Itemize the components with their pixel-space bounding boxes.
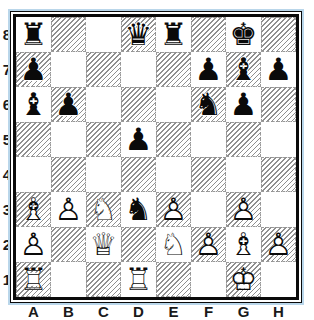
square-a6[interactable]: ♝: [16, 87, 51, 122]
black-pawn: ♟: [191, 52, 226, 87]
black-pawn: ♟: [261, 52, 296, 87]
white-pawn: ♟♙: [16, 227, 51, 262]
square-b4[interactable]: [51, 157, 86, 192]
chess-board: ♜♛♜♚♟♟♝♟♝♟♞♟♟♝♗♟♙♞♘♞♟♙♟♙♟♙♛♕♞♘♟♙♝♗♟♙♜♖♜♖…: [13, 14, 299, 300]
black-king: ♚: [226, 17, 261, 52]
square-d2[interactable]: [121, 227, 156, 262]
black-bishop: ♝: [226, 52, 261, 87]
square-e3[interactable]: ♟♙: [156, 192, 191, 227]
square-h4[interactable]: [261, 157, 296, 192]
square-f2[interactable]: ♟♙: [191, 227, 226, 262]
black-pawn: ♟: [226, 87, 261, 122]
square-h2[interactable]: ♟♙: [261, 227, 296, 262]
square-h6[interactable]: [261, 87, 296, 122]
square-d7[interactable]: [121, 52, 156, 87]
square-d1[interactable]: ♜♖: [121, 262, 156, 297]
file-label-c: C: [86, 302, 121, 320]
square-e4[interactable]: [156, 157, 191, 192]
square-d4[interactable]: [121, 157, 156, 192]
square-g6[interactable]: ♟: [226, 87, 261, 122]
file-labels: ABCDEFGH: [16, 302, 296, 320]
square-c4[interactable]: [86, 157, 121, 192]
white-bishop: ♝♗: [16, 192, 51, 227]
white-pawn: ♟♙: [261, 227, 296, 262]
piece-outline-layer: ♙: [226, 192, 261, 227]
square-f6[interactable]: ♞: [191, 87, 226, 122]
square-f4[interactable]: [191, 157, 226, 192]
square-g4[interactable]: [226, 157, 261, 192]
file-label-a: A: [16, 302, 51, 320]
white-pawn: ♟♙: [156, 192, 191, 227]
square-f3[interactable]: [191, 192, 226, 227]
square-g3[interactable]: ♟♙: [226, 192, 261, 227]
file-label-d: D: [121, 302, 156, 320]
file-label-h: H: [261, 302, 296, 320]
white-rook: ♜♖: [121, 262, 156, 297]
square-e1[interactable]: [156, 262, 191, 297]
square-f8[interactable]: [191, 17, 226, 52]
piece-outline-layer: ♙: [191, 227, 226, 262]
file-label-g: G: [226, 302, 261, 320]
square-e2[interactable]: ♞♘: [156, 227, 191, 262]
square-g2[interactable]: ♝♗: [226, 227, 261, 262]
square-h7[interactable]: ♟: [261, 52, 296, 87]
black-pawn: ♟: [121, 122, 156, 157]
square-b6[interactable]: ♟: [51, 87, 86, 122]
white-queen: ♛♕: [86, 227, 121, 262]
square-d3[interactable]: ♞: [121, 192, 156, 227]
black-pawn: ♟: [51, 87, 86, 122]
square-f5[interactable]: [191, 122, 226, 157]
square-c5[interactable]: [86, 122, 121, 157]
square-e7[interactable]: [156, 52, 191, 87]
square-c1[interactable]: [86, 262, 121, 297]
square-a5[interactable]: [16, 122, 51, 157]
square-c3[interactable]: ♞♘: [86, 192, 121, 227]
white-bishop: ♝♗: [226, 227, 261, 262]
square-c6[interactable]: [86, 87, 121, 122]
piece-outline-layer: ♖: [121, 262, 156, 297]
white-rook: ♜♖: [16, 262, 51, 297]
square-a8[interactable]: ♜: [16, 17, 51, 52]
square-e6[interactable]: [156, 87, 191, 122]
square-f1[interactable]: [191, 262, 226, 297]
square-f7[interactable]: ♟: [191, 52, 226, 87]
square-h1[interactable]: [261, 262, 296, 297]
board-frame: ♜♛♜♚♟♟♝♟♝♟♞♟♟♝♗♟♙♞♘♞♟♙♟♙♟♙♛♕♞♘♟♙♝♗♟♙♜♖♜♖…: [10, 11, 302, 303]
square-a7[interactable]: ♟: [16, 52, 51, 87]
black-knight: ♞: [121, 192, 156, 227]
square-g8[interactable]: ♚: [226, 17, 261, 52]
piece-outline-layer: ♕: [86, 227, 121, 262]
black-pawn: ♟: [16, 52, 51, 87]
square-b3[interactable]: ♟♙: [51, 192, 86, 227]
square-c8[interactable]: [86, 17, 121, 52]
piece-outline-layer: ♙: [51, 192, 86, 227]
square-a4[interactable]: [16, 157, 51, 192]
square-c2[interactable]: ♛♕: [86, 227, 121, 262]
piece-outline-layer: ♖: [16, 262, 51, 297]
square-h5[interactable]: [261, 122, 296, 157]
white-pawn: ♟♙: [51, 192, 86, 227]
square-e8[interactable]: ♜: [156, 17, 191, 52]
black-rook: ♜: [16, 17, 51, 52]
square-d8[interactable]: ♛: [121, 17, 156, 52]
square-a3[interactable]: ♝♗: [16, 192, 51, 227]
file-label-e: E: [156, 302, 191, 320]
black-rook: ♜: [156, 17, 191, 52]
square-b1[interactable]: [51, 262, 86, 297]
square-h3[interactable]: [261, 192, 296, 227]
square-b5[interactable]: [51, 122, 86, 157]
file-label-f: F: [191, 302, 226, 320]
square-b7[interactable]: [51, 52, 86, 87]
file-label-b: B: [51, 302, 86, 320]
square-b2[interactable]: [51, 227, 86, 262]
black-bishop: ♝: [16, 87, 51, 122]
white-pawn: ♟♙: [226, 192, 261, 227]
square-a2[interactable]: ♟♙: [16, 227, 51, 262]
square-d6[interactable]: [121, 87, 156, 122]
white-pawn: ♟♙: [191, 227, 226, 262]
piece-outline-layer: ♘: [86, 192, 121, 227]
square-a1[interactable]: ♜♖: [16, 262, 51, 297]
piece-outline-layer: ♙: [261, 227, 296, 262]
chess-diagram: 87654321 ♜♛♜♚♟♟♝♟♝♟♞♟♟♝♗♟♙♞♘♞♟♙♟♙♟♙♛♕♞♘♟…: [0, 0, 314, 320]
white-knight: ♞♘: [86, 192, 121, 227]
square-d5[interactable]: ♟: [121, 122, 156, 157]
black-queen: ♛: [121, 17, 156, 52]
piece-outline-layer: ♙: [16, 227, 51, 262]
square-e5[interactable]: [156, 122, 191, 157]
square-h8[interactable]: [261, 17, 296, 52]
square-g1[interactable]: ♚♔: [226, 262, 261, 297]
black-knight: ♞: [191, 87, 226, 122]
piece-outline-layer: ♙: [156, 192, 191, 227]
square-b8[interactable]: [51, 17, 86, 52]
square-c7[interactable]: [86, 52, 121, 87]
square-g7[interactable]: ♝: [226, 52, 261, 87]
piece-outline-layer: ♗: [16, 192, 51, 227]
piece-outline-layer: ♘: [156, 227, 191, 262]
white-knight: ♞♘: [156, 227, 191, 262]
white-king: ♚♔: [226, 262, 261, 297]
piece-outline-layer: ♔: [226, 262, 261, 297]
square-g5[interactable]: [226, 122, 261, 157]
piece-outline-layer: ♗: [226, 227, 261, 262]
